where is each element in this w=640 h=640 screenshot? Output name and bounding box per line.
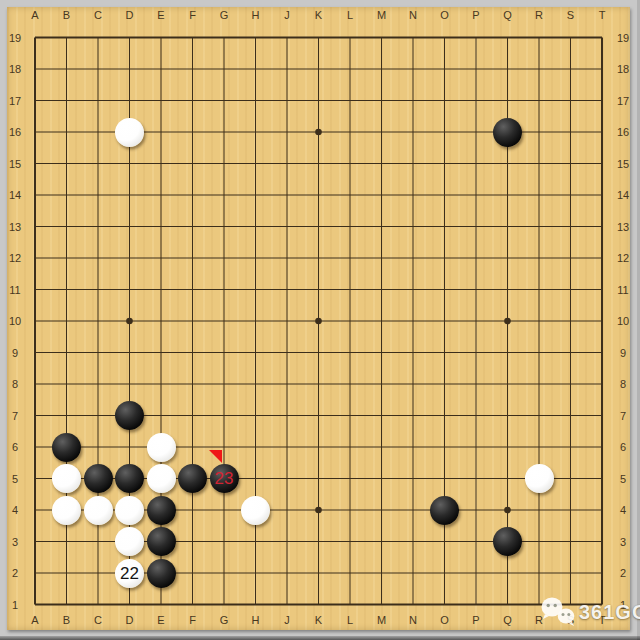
intersection-Q13[interactable] (492, 211, 524, 243)
intersection-H8[interactable] (240, 368, 272, 400)
intersection-N2[interactable] (397, 557, 429, 589)
intersection-E15[interactable] (145, 148, 177, 180)
intersection-F1[interactable] (177, 589, 209, 621)
intersection-H10[interactable] (240, 305, 272, 337)
intersection-O5[interactable] (429, 463, 461, 495)
intersection-K3[interactable] (303, 526, 335, 558)
intersection-K18[interactable] (303, 53, 335, 85)
intersection-K12[interactable] (303, 242, 335, 274)
intersection-M5[interactable] (366, 463, 398, 495)
intersection-P11[interactable] (460, 274, 492, 306)
intersection-F14[interactable] (177, 179, 209, 211)
intersection-B6[interactable] (51, 431, 83, 463)
black-stone[interactable] (115, 464, 144, 493)
intersection-A14[interactable] (19, 179, 51, 211)
intersection-O2[interactable] (429, 557, 461, 589)
intersection-H17[interactable] (240, 85, 272, 117)
intersection-O15[interactable] (429, 148, 461, 180)
intersection-A19[interactable] (19, 22, 51, 54)
intersection-M18[interactable] (366, 53, 398, 85)
intersection-G2[interactable] (208, 557, 240, 589)
black-stone[interactable] (147, 527, 176, 556)
intersection-J2[interactable] (271, 557, 303, 589)
intersection-M11[interactable] (366, 274, 398, 306)
intersection-D13[interactable] (114, 211, 146, 243)
intersection-Q11[interactable] (492, 274, 524, 306)
intersection-Q15[interactable] (492, 148, 524, 180)
intersection-R17[interactable] (523, 85, 555, 117)
intersection-K8[interactable] (303, 368, 335, 400)
intersection-E12[interactable] (145, 242, 177, 274)
intersection-F18[interactable] (177, 53, 209, 85)
intersection-J4[interactable] (271, 494, 303, 526)
intersection-A11[interactable] (19, 274, 51, 306)
intersection-J16[interactable] (271, 116, 303, 148)
intersection-J13[interactable] (271, 211, 303, 243)
intersection-N4[interactable] (397, 494, 429, 526)
intersection-S6[interactable] (555, 431, 587, 463)
intersection-T2[interactable] (586, 557, 618, 589)
intersection-A7[interactable] (19, 400, 51, 432)
white-stone[interactable] (52, 496, 81, 525)
intersection-K1[interactable] (303, 589, 335, 621)
intersection-B5[interactable] (51, 463, 83, 495)
intersection-P19[interactable] (460, 22, 492, 54)
intersection-D5[interactable] (114, 463, 146, 495)
intersection-O18[interactable] (429, 53, 461, 85)
intersection-A18[interactable] (19, 53, 51, 85)
intersection-A12[interactable] (19, 242, 51, 274)
intersection-M9[interactable] (366, 337, 398, 369)
intersection-G6[interactable] (208, 431, 240, 463)
intersection-B7[interactable] (51, 400, 83, 432)
intersection-J12[interactable] (271, 242, 303, 274)
intersection-F2[interactable] (177, 557, 209, 589)
intersection-G17[interactable] (208, 85, 240, 117)
intersection-D9[interactable] (114, 337, 146, 369)
intersection-G5[interactable]: 23 (208, 463, 240, 495)
intersection-D19[interactable] (114, 22, 146, 54)
intersection-J10[interactable] (271, 305, 303, 337)
white-stone[interactable] (84, 496, 113, 525)
intersection-T7[interactable] (586, 400, 618, 432)
intersection-D4[interactable] (114, 494, 146, 526)
intersection-E17[interactable] (145, 85, 177, 117)
intersection-E18[interactable] (145, 53, 177, 85)
intersection-C8[interactable] (82, 368, 114, 400)
intersection-Q6[interactable] (492, 431, 524, 463)
intersection-S3[interactable] (555, 526, 587, 558)
intersection-Q9[interactable] (492, 337, 524, 369)
intersection-R19[interactable] (523, 22, 555, 54)
intersection-G14[interactable] (208, 179, 240, 211)
intersection-G19[interactable] (208, 22, 240, 54)
intersection-G16[interactable] (208, 116, 240, 148)
intersection-F8[interactable] (177, 368, 209, 400)
intersection-P12[interactable] (460, 242, 492, 274)
intersection-B1[interactable] (51, 589, 83, 621)
white-stone[interactable] (115, 527, 144, 556)
intersection-T13[interactable] (586, 211, 618, 243)
white-stone[interactable] (147, 464, 176, 493)
intersection-F9[interactable] (177, 337, 209, 369)
intersection-F12[interactable] (177, 242, 209, 274)
black-stone[interactable] (147, 559, 176, 588)
intersection-B13[interactable] (51, 211, 83, 243)
intersection-O12[interactable] (429, 242, 461, 274)
intersection-F11[interactable] (177, 274, 209, 306)
intersection-D15[interactable] (114, 148, 146, 180)
intersection-J9[interactable] (271, 337, 303, 369)
intersection-L2[interactable] (334, 557, 366, 589)
intersection-J11[interactable] (271, 274, 303, 306)
intersection-D18[interactable] (114, 53, 146, 85)
intersection-R18[interactable] (523, 53, 555, 85)
intersection-L8[interactable] (334, 368, 366, 400)
intersection-L11[interactable] (334, 274, 366, 306)
intersection-M16[interactable] (366, 116, 398, 148)
intersection-D17[interactable] (114, 85, 146, 117)
intersection-O14[interactable] (429, 179, 461, 211)
intersection-K4[interactable] (303, 494, 335, 526)
intersection-C6[interactable] (82, 431, 114, 463)
intersection-A17[interactable] (19, 85, 51, 117)
intersection-Q7[interactable] (492, 400, 524, 432)
intersection-P8[interactable] (460, 368, 492, 400)
intersection-C9[interactable] (82, 337, 114, 369)
intersection-S13[interactable] (555, 211, 587, 243)
intersection-G15[interactable] (208, 148, 240, 180)
intersection-C19[interactable] (82, 22, 114, 54)
intersection-P6[interactable] (460, 431, 492, 463)
intersection-J1[interactable] (271, 589, 303, 621)
intersection-Q18[interactable] (492, 53, 524, 85)
intersection-B12[interactable] (51, 242, 83, 274)
intersection-M12[interactable] (366, 242, 398, 274)
intersection-N16[interactable] (397, 116, 429, 148)
intersection-E7[interactable] (145, 400, 177, 432)
intersection-R15[interactable] (523, 148, 555, 180)
intersection-O16[interactable] (429, 116, 461, 148)
intersection-B4[interactable] (51, 494, 83, 526)
intersection-H9[interactable] (240, 337, 272, 369)
intersection-E5[interactable] (145, 463, 177, 495)
intersection-T15[interactable] (586, 148, 618, 180)
white-stone[interactable] (52, 464, 81, 493)
intersection-F19[interactable] (177, 22, 209, 54)
intersection-N10[interactable] (397, 305, 429, 337)
intersection-T17[interactable] (586, 85, 618, 117)
intersection-M6[interactable] (366, 431, 398, 463)
intersection-T14[interactable] (586, 179, 618, 211)
intersection-L18[interactable] (334, 53, 366, 85)
intersection-S9[interactable] (555, 337, 587, 369)
intersection-L6[interactable] (334, 431, 366, 463)
intersection-T4[interactable] (586, 494, 618, 526)
intersection-N13[interactable] (397, 211, 429, 243)
black-stone[interactable] (493, 118, 522, 147)
intersection-P9[interactable] (460, 337, 492, 369)
intersection-O6[interactable] (429, 431, 461, 463)
intersection-B2[interactable] (51, 557, 83, 589)
intersection-H11[interactable] (240, 274, 272, 306)
intersection-R6[interactable] (523, 431, 555, 463)
intersection-S2[interactable] (555, 557, 587, 589)
intersection-O9[interactable] (429, 337, 461, 369)
intersection-Q17[interactable] (492, 85, 524, 117)
intersection-R3[interactable] (523, 526, 555, 558)
intersection-Q19[interactable] (492, 22, 524, 54)
intersection-T6[interactable] (586, 431, 618, 463)
intersection-G13[interactable] (208, 211, 240, 243)
intersection-H12[interactable] (240, 242, 272, 274)
intersection-C17[interactable] (82, 85, 114, 117)
intersection-D12[interactable] (114, 242, 146, 274)
intersection-K13[interactable] (303, 211, 335, 243)
intersection-F3[interactable] (177, 526, 209, 558)
intersection-J18[interactable] (271, 53, 303, 85)
intersection-M8[interactable] (366, 368, 398, 400)
intersection-T3[interactable] (586, 526, 618, 558)
intersection-Q2[interactable] (492, 557, 524, 589)
intersection-B9[interactable] (51, 337, 83, 369)
white-stone[interactable] (147, 433, 176, 462)
intersection-O17[interactable] (429, 85, 461, 117)
intersection-T12[interactable] (586, 242, 618, 274)
intersection-E16[interactable] (145, 116, 177, 148)
intersection-K19[interactable] (303, 22, 335, 54)
intersection-Q16[interactable] (492, 116, 524, 148)
black-stone[interactable] (430, 496, 459, 525)
intersection-F4[interactable] (177, 494, 209, 526)
intersection-L5[interactable] (334, 463, 366, 495)
intersection-M17[interactable] (366, 85, 398, 117)
intersection-C10[interactable] (82, 305, 114, 337)
intersection-J3[interactable] (271, 526, 303, 558)
intersection-F6[interactable] (177, 431, 209, 463)
intersection-N7[interactable] (397, 400, 429, 432)
intersection-D14[interactable] (114, 179, 146, 211)
intersection-H15[interactable] (240, 148, 272, 180)
intersection-G3[interactable] (208, 526, 240, 558)
intersection-Q5[interactable] (492, 463, 524, 495)
intersection-M13[interactable] (366, 211, 398, 243)
intersection-D1[interactable] (114, 589, 146, 621)
intersection-H19[interactable] (240, 22, 272, 54)
intersection-R10[interactable] (523, 305, 555, 337)
intersection-N19[interactable] (397, 22, 429, 54)
intersection-H4[interactable] (240, 494, 272, 526)
intersection-Q8[interactable] (492, 368, 524, 400)
intersection-R11[interactable] (523, 274, 555, 306)
intersection-E1[interactable] (145, 589, 177, 621)
intersection-A6[interactable] (19, 431, 51, 463)
intersection-B16[interactable] (51, 116, 83, 148)
intersection-T16[interactable] (586, 116, 618, 148)
intersection-M1[interactable] (366, 589, 398, 621)
intersection-E8[interactable] (145, 368, 177, 400)
intersection-S12[interactable] (555, 242, 587, 274)
intersection-A2[interactable] (19, 557, 51, 589)
intersection-Q3[interactable] (492, 526, 524, 558)
white-stone[interactable]: 22 (115, 559, 144, 588)
intersection-D7[interactable] (114, 400, 146, 432)
intersection-R8[interactable] (523, 368, 555, 400)
intersection-M19[interactable] (366, 22, 398, 54)
intersection-B3[interactable] (51, 526, 83, 558)
intersection-S14[interactable] (555, 179, 587, 211)
intersection-B17[interactable] (51, 85, 83, 117)
intersection-F15[interactable] (177, 148, 209, 180)
intersection-H3[interactable] (240, 526, 272, 558)
intersection-Q12[interactable] (492, 242, 524, 274)
intersection-K16[interactable] (303, 116, 335, 148)
intersection-B8[interactable] (51, 368, 83, 400)
intersection-O4[interactable] (429, 494, 461, 526)
intersection-E11[interactable] (145, 274, 177, 306)
intersection-B18[interactable] (51, 53, 83, 85)
intersection-L19[interactable] (334, 22, 366, 54)
intersection-C15[interactable] (82, 148, 114, 180)
intersection-C13[interactable] (82, 211, 114, 243)
intersection-P14[interactable] (460, 179, 492, 211)
intersection-D8[interactable] (114, 368, 146, 400)
intersection-N8[interactable] (397, 368, 429, 400)
intersection-L9[interactable] (334, 337, 366, 369)
intersection-Q14[interactable] (492, 179, 524, 211)
intersection-O1[interactable] (429, 589, 461, 621)
intersection-R5[interactable] (523, 463, 555, 495)
intersection-Q10[interactable] (492, 305, 524, 337)
intersection-J5[interactable] (271, 463, 303, 495)
intersection-K9[interactable] (303, 337, 335, 369)
intersection-H18[interactable] (240, 53, 272, 85)
intersection-L16[interactable] (334, 116, 366, 148)
intersection-E3[interactable] (145, 526, 177, 558)
intersection-B11[interactable] (51, 274, 83, 306)
intersection-L14[interactable] (334, 179, 366, 211)
intersection-H16[interactable] (240, 116, 272, 148)
intersection-K11[interactable] (303, 274, 335, 306)
intersection-A3[interactable] (19, 526, 51, 558)
intersection-M7[interactable] (366, 400, 398, 432)
intersection-L15[interactable] (334, 148, 366, 180)
intersection-D3[interactable] (114, 526, 146, 558)
intersection-M3[interactable] (366, 526, 398, 558)
intersection-G9[interactable] (208, 337, 240, 369)
intersection-T9[interactable] (586, 337, 618, 369)
intersection-R4[interactable] (523, 494, 555, 526)
intersection-L1[interactable] (334, 589, 366, 621)
intersection-S5[interactable] (555, 463, 587, 495)
black-stone[interactable] (147, 496, 176, 525)
intersection-H6[interactable] (240, 431, 272, 463)
intersection-S17[interactable] (555, 85, 587, 117)
white-stone[interactable] (241, 496, 270, 525)
intersection-G8[interactable] (208, 368, 240, 400)
intersection-O7[interactable] (429, 400, 461, 432)
intersection-E2[interactable] (145, 557, 177, 589)
intersection-E13[interactable] (145, 211, 177, 243)
intersection-M2[interactable] (366, 557, 398, 589)
intersection-G4[interactable] (208, 494, 240, 526)
intersection-N15[interactable] (397, 148, 429, 180)
intersection-L13[interactable] (334, 211, 366, 243)
intersection-R2[interactable] (523, 557, 555, 589)
intersection-J19[interactable] (271, 22, 303, 54)
intersection-K5[interactable] (303, 463, 335, 495)
intersection-F10[interactable] (177, 305, 209, 337)
intersection-C16[interactable] (82, 116, 114, 148)
intersection-R9[interactable] (523, 337, 555, 369)
intersection-G10[interactable] (208, 305, 240, 337)
white-stone[interactable] (525, 464, 554, 493)
white-stone[interactable] (115, 496, 144, 525)
intersection-G11[interactable] (208, 274, 240, 306)
intersection-R13[interactable] (523, 211, 555, 243)
intersection-A16[interactable] (19, 116, 51, 148)
intersection-N3[interactable] (397, 526, 429, 558)
intersection-H2[interactable] (240, 557, 272, 589)
intersection-F16[interactable] (177, 116, 209, 148)
intersection-H1[interactable] (240, 589, 272, 621)
intersection-S4[interactable] (555, 494, 587, 526)
intersection-G12[interactable] (208, 242, 240, 274)
intersection-B19[interactable] (51, 22, 83, 54)
intersection-L10[interactable] (334, 305, 366, 337)
intersection-M4[interactable] (366, 494, 398, 526)
intersection-N11[interactable] (397, 274, 429, 306)
intersection-C18[interactable] (82, 53, 114, 85)
black-stone[interactable]: 23 (210, 464, 239, 493)
intersection-F5[interactable] (177, 463, 209, 495)
intersection-T8[interactable] (586, 368, 618, 400)
intersection-K17[interactable] (303, 85, 335, 117)
intersection-F7[interactable] (177, 400, 209, 432)
intersection-O8[interactable] (429, 368, 461, 400)
intersection-C4[interactable] (82, 494, 114, 526)
intersection-T19[interactable] (586, 22, 618, 54)
intersection-K6[interactable] (303, 431, 335, 463)
intersection-H5[interactable] (240, 463, 272, 495)
intersection-S15[interactable] (555, 148, 587, 180)
intersection-P17[interactable] (460, 85, 492, 117)
intersection-O13[interactable] (429, 211, 461, 243)
intersection-S8[interactable] (555, 368, 587, 400)
intersection-T10[interactable] (586, 305, 618, 337)
intersection-P5[interactable] (460, 463, 492, 495)
intersection-G18[interactable] (208, 53, 240, 85)
intersection-A8[interactable] (19, 368, 51, 400)
intersection-N14[interactable] (397, 179, 429, 211)
intersection-A4[interactable] (19, 494, 51, 526)
intersection-A15[interactable] (19, 148, 51, 180)
intersection-P18[interactable] (460, 53, 492, 85)
intersection-S11[interactable] (555, 274, 587, 306)
intersection-C3[interactable] (82, 526, 114, 558)
intersection-R14[interactable] (523, 179, 555, 211)
intersection-N1[interactable] (397, 589, 429, 621)
intersection-S7[interactable] (555, 400, 587, 432)
intersection-J8[interactable] (271, 368, 303, 400)
intersection-K7[interactable] (303, 400, 335, 432)
intersection-M14[interactable] (366, 179, 398, 211)
intersection-N18[interactable] (397, 53, 429, 85)
intersection-J7[interactable] (271, 400, 303, 432)
intersection-P4[interactable] (460, 494, 492, 526)
intersection-N5[interactable] (397, 463, 429, 495)
intersection-F13[interactable] (177, 211, 209, 243)
